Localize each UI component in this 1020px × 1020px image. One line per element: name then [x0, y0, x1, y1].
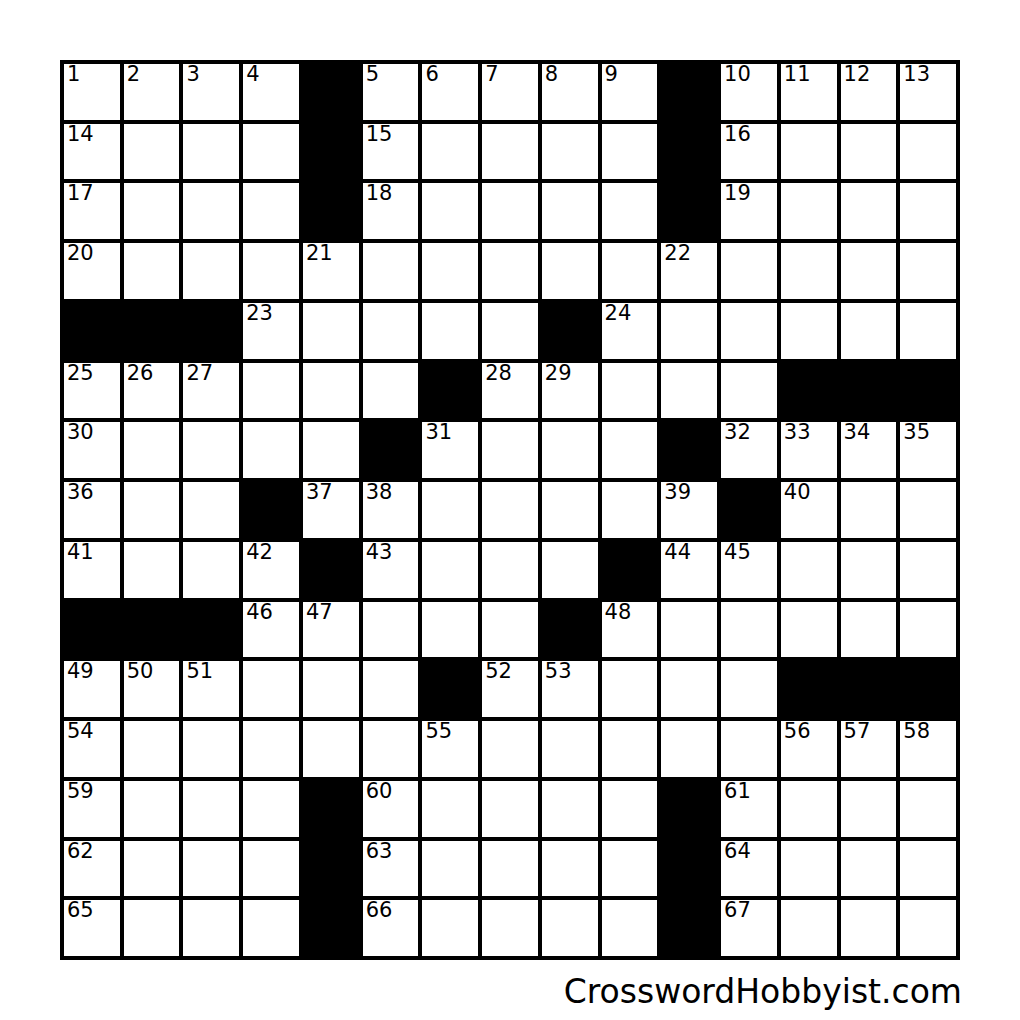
answer-cell[interactable]: 5 — [363, 64, 419, 120]
clue-number: 55 — [425, 720, 452, 742]
answer-cell[interactable] — [124, 183, 180, 239]
answer-cell[interactable] — [183, 781, 239, 837]
clue-number: 30 — [67, 421, 94, 443]
answer-cell[interactable] — [900, 303, 956, 359]
answer-cell[interactable] — [303, 661, 359, 717]
answer-cell[interactable] — [482, 243, 538, 299]
answer-cell[interactable] — [841, 542, 897, 598]
clue-number: 19 — [724, 182, 751, 204]
clue-number: 1 — [67, 63, 80, 85]
clue-number: 42 — [246, 541, 273, 563]
answer-cell[interactable]: 64 — [721, 841, 777, 897]
answer-cell[interactable]: 37 — [303, 482, 359, 538]
clue-number: 45 — [724, 541, 751, 563]
answer-cell[interactable] — [661, 363, 717, 419]
answer-cell[interactable] — [183, 721, 239, 777]
clue-number: 36 — [67, 481, 94, 503]
blocked-cell — [721, 482, 777, 538]
answer-cell[interactable]: 27 — [183, 363, 239, 419]
answer-cell[interactable] — [661, 661, 717, 717]
answer-cell[interactable] — [422, 542, 478, 598]
blocked-cell — [183, 602, 239, 658]
answer-cell[interactable] — [602, 841, 658, 897]
answer-cell[interactable]: 17 — [64, 183, 120, 239]
answer-cell[interactable] — [124, 841, 180, 897]
answer-cell[interactable] — [482, 183, 538, 239]
answer-cell[interactable] — [422, 243, 478, 299]
clue-number: 8 — [545, 63, 558, 85]
answer-cell[interactable] — [841, 183, 897, 239]
blocked-cell — [781, 363, 837, 419]
clue-number: 58 — [903, 720, 930, 742]
clue-number: 67 — [724, 899, 751, 921]
answer-cell[interactable] — [303, 363, 359, 419]
answer-cell[interactable]: 8 — [542, 64, 598, 120]
answer-cell[interactable] — [721, 721, 777, 777]
clue-number: 32 — [724, 421, 751, 443]
clue-number: 5 — [366, 63, 379, 85]
blocked-cell — [781, 661, 837, 717]
blocked-cell — [243, 482, 299, 538]
clue-number: 62 — [67, 840, 94, 862]
answer-cell[interactable] — [363, 303, 419, 359]
answer-cell[interactable] — [243, 841, 299, 897]
answer-cell[interactable] — [900, 124, 956, 180]
answer-cell[interactable] — [542, 482, 598, 538]
answer-cell[interactable] — [183, 900, 239, 956]
answer-cell[interactable]: 49 — [64, 661, 120, 717]
clue-number: 20 — [67, 242, 94, 264]
clue-number: 57 — [844, 720, 871, 742]
clue-number: 51 — [186, 660, 213, 682]
answer-cell[interactable] — [303, 303, 359, 359]
answer-cell[interactable] — [183, 841, 239, 897]
clue-number: 53 — [545, 660, 572, 682]
answer-cell[interactable] — [542, 183, 598, 239]
answer-cell[interactable] — [363, 661, 419, 717]
blocked-cell — [661, 124, 717, 180]
answer-cell[interactable]: 29 — [542, 363, 598, 419]
answer-cell[interactable]: 65 — [64, 900, 120, 956]
answer-cell[interactable] — [124, 243, 180, 299]
clue-number: 14 — [67, 123, 94, 145]
answer-cell[interactable] — [542, 841, 598, 897]
answer-cell[interactable] — [124, 482, 180, 538]
answer-cell[interactable] — [422, 303, 478, 359]
answer-cell[interactable] — [900, 602, 956, 658]
answer-cell[interactable] — [422, 124, 478, 180]
answer-cell[interactable] — [781, 900, 837, 956]
answer-cell[interactable]: 33 — [781, 422, 837, 478]
clue-number: 34 — [844, 421, 871, 443]
answer-cell[interactable]: 7 — [482, 64, 538, 120]
answer-cell[interactable] — [422, 183, 478, 239]
answer-cell[interactable] — [781, 183, 837, 239]
answer-cell[interactable]: 57 — [841, 721, 897, 777]
answer-cell[interactable] — [542, 542, 598, 598]
clue-number: 40 — [784, 481, 811, 503]
answer-cell[interactable] — [422, 482, 478, 538]
clue-number: 39 — [664, 481, 691, 503]
blocked-cell — [661, 64, 717, 120]
clue-number: 27 — [186, 362, 213, 384]
clue-number: 49 — [67, 660, 94, 682]
answer-cell[interactable]: 48 — [602, 602, 658, 658]
clue-number: 6 — [425, 63, 438, 85]
blocked-cell — [661, 900, 717, 956]
answer-cell[interactable]: 3 — [183, 64, 239, 120]
answer-cell[interactable] — [482, 602, 538, 658]
answer-cell[interactable] — [243, 363, 299, 419]
blocked-cell — [363, 422, 419, 478]
answer-cell[interactable]: 34 — [841, 422, 897, 478]
answer-cell[interactable] — [602, 363, 658, 419]
blocked-cell — [422, 661, 478, 717]
answer-cell[interactable]: 22 — [661, 243, 717, 299]
answer-cell[interactable] — [602, 900, 658, 956]
answer-cell[interactable]: 67 — [721, 900, 777, 956]
answer-cell[interactable] — [183, 183, 239, 239]
answer-cell[interactable]: 12 — [841, 64, 897, 120]
answer-cell[interactable] — [363, 721, 419, 777]
answer-cell[interactable] — [781, 602, 837, 658]
clue-number: 61 — [724, 780, 751, 802]
blocked-cell — [661, 841, 717, 897]
answer-cell[interactable] — [781, 303, 837, 359]
answer-cell[interactable] — [721, 363, 777, 419]
clue-number: 46 — [246, 601, 273, 623]
answer-cell[interactable]: 23 — [243, 303, 299, 359]
answer-cell[interactable]: 51 — [183, 661, 239, 717]
answer-cell[interactable] — [183, 482, 239, 538]
answer-cell[interactable]: 26 — [124, 363, 180, 419]
answer-cell[interactable] — [841, 841, 897, 897]
answer-cell[interactable] — [542, 243, 598, 299]
answer-cell[interactable]: 50 — [124, 661, 180, 717]
clue-number: 54 — [67, 720, 94, 742]
answer-cell[interactable]: 43 — [363, 542, 419, 598]
blocked-cell — [303, 841, 359, 897]
answer-cell[interactable] — [363, 363, 419, 419]
answer-cell[interactable]: 45 — [721, 542, 777, 598]
clue-number: 48 — [605, 601, 632, 623]
answer-cell[interactable] — [183, 542, 239, 598]
clue-number: 41 — [67, 541, 94, 563]
answer-cell[interactable]: 30 — [64, 422, 120, 478]
answer-cell[interactable]: 59 — [64, 781, 120, 837]
answer-cell[interactable] — [602, 482, 658, 538]
clue-number: 43 — [366, 541, 393, 563]
blocked-cell — [841, 363, 897, 419]
answer-cell[interactable]: 46 — [243, 602, 299, 658]
answer-cell[interactable] — [183, 124, 239, 180]
clue-number: 13 — [903, 63, 930, 85]
crossword-grid: 1234567891011121314151617181920212223242… — [60, 60, 960, 960]
answer-cell[interactable] — [243, 781, 299, 837]
clue-number: 3 — [186, 63, 199, 85]
clue-number: 65 — [67, 899, 94, 921]
clue-number: 47 — [306, 601, 333, 623]
answer-cell[interactable] — [422, 781, 478, 837]
answer-cell[interactable] — [482, 721, 538, 777]
clue-number: 7 — [485, 63, 498, 85]
answer-cell[interactable]: 28 — [482, 363, 538, 419]
answer-cell[interactable]: 47 — [303, 602, 359, 658]
answer-cell[interactable]: 39 — [661, 482, 717, 538]
answer-cell[interactable] — [781, 781, 837, 837]
blocked-cell — [422, 363, 478, 419]
clue-number: 10 — [724, 63, 751, 85]
clue-number: 64 — [724, 840, 751, 862]
answer-cell[interactable] — [841, 303, 897, 359]
clue-number: 29 — [545, 362, 572, 384]
answer-cell[interactable]: 13 — [900, 64, 956, 120]
blocked-cell — [303, 542, 359, 598]
clue-number: 23 — [246, 302, 273, 324]
answer-cell[interactable] — [422, 602, 478, 658]
clue-number: 2 — [127, 63, 140, 85]
answer-cell[interactable] — [841, 781, 897, 837]
answer-cell[interactable] — [900, 542, 956, 598]
answer-cell[interactable]: 25 — [64, 363, 120, 419]
answer-cell[interactable] — [482, 781, 538, 837]
answer-cell[interactable] — [781, 542, 837, 598]
answer-cell[interactable]: 36 — [64, 482, 120, 538]
answer-cell[interactable] — [900, 900, 956, 956]
answer-cell[interactable] — [183, 422, 239, 478]
clue-number: 21 — [306, 242, 333, 264]
answer-cell[interactable] — [124, 721, 180, 777]
answer-cell[interactable] — [482, 900, 538, 956]
answer-cell[interactable] — [243, 900, 299, 956]
clue-number: 52 — [485, 660, 512, 682]
clue-number: 16 — [724, 123, 751, 145]
answer-cell[interactable] — [602, 124, 658, 180]
answer-cell[interactable] — [124, 542, 180, 598]
answer-cell[interactable] — [303, 721, 359, 777]
answer-cell[interactable] — [841, 482, 897, 538]
answer-cell[interactable]: 55 — [422, 721, 478, 777]
clue-number: 63 — [366, 840, 393, 862]
answer-cell[interactable] — [243, 124, 299, 180]
blocked-cell — [183, 303, 239, 359]
crossword-page: 1234567891011121314151617181920212223242… — [0, 0, 1020, 1020]
answer-cell[interactable] — [363, 602, 419, 658]
answer-cell[interactable]: 44 — [661, 542, 717, 598]
clue-number: 66 — [366, 899, 393, 921]
answer-cell[interactable]: 42 — [243, 542, 299, 598]
clue-number: 4 — [246, 63, 259, 85]
answer-cell[interactable] — [602, 721, 658, 777]
clue-number: 59 — [67, 780, 94, 802]
answer-cell[interactable]: 58 — [900, 721, 956, 777]
blocked-cell — [602, 542, 658, 598]
answer-cell[interactable]: 56 — [781, 721, 837, 777]
answer-cell[interactable]: 19 — [721, 183, 777, 239]
answer-cell[interactable]: 61 — [721, 781, 777, 837]
answer-cell[interactable] — [243, 721, 299, 777]
answer-cell[interactable]: 41 — [64, 542, 120, 598]
answer-cell[interactable] — [900, 243, 956, 299]
clue-number: 22 — [664, 242, 691, 264]
answer-cell[interactable] — [124, 124, 180, 180]
answer-cell[interactable] — [243, 243, 299, 299]
clue-number: 11 — [784, 63, 811, 85]
blocked-cell — [303, 781, 359, 837]
answer-cell[interactable] — [900, 183, 956, 239]
answer-cell[interactable]: 2 — [124, 64, 180, 120]
answer-cell[interactable] — [482, 542, 538, 598]
answer-cell[interactable] — [661, 721, 717, 777]
answer-cell[interactable] — [721, 661, 777, 717]
clue-number: 25 — [67, 362, 94, 384]
answer-cell[interactable] — [124, 422, 180, 478]
answer-cell[interactable]: 16 — [721, 124, 777, 180]
answer-cell[interactable]: 60 — [363, 781, 419, 837]
answer-cell[interactable] — [482, 841, 538, 897]
clue-number: 50 — [127, 660, 154, 682]
blocked-cell — [542, 602, 598, 658]
answer-cell[interactable]: 31 — [422, 422, 478, 478]
answer-cell[interactable]: 32 — [721, 422, 777, 478]
clue-number: 12 — [844, 63, 871, 85]
clue-number: 26 — [127, 362, 154, 384]
answer-cell[interactable] — [841, 602, 897, 658]
answer-cell[interactable] — [602, 661, 658, 717]
answer-cell[interactable]: 15 — [363, 124, 419, 180]
answer-cell[interactable] — [542, 900, 598, 956]
answer-cell[interactable] — [542, 124, 598, 180]
blocked-cell — [303, 183, 359, 239]
answer-cell[interactable] — [124, 781, 180, 837]
answer-cell[interactable] — [482, 482, 538, 538]
blocked-cell — [303, 64, 359, 120]
answer-cell[interactable]: 14 — [64, 124, 120, 180]
clue-number: 28 — [485, 362, 512, 384]
answer-cell[interactable]: 35 — [900, 422, 956, 478]
answer-cell[interactable] — [721, 602, 777, 658]
answer-cell[interactable]: 21 — [303, 243, 359, 299]
answer-cell[interactable] — [183, 243, 239, 299]
answer-cell[interactable] — [781, 243, 837, 299]
answer-cell[interactable] — [363, 243, 419, 299]
answer-cell[interactable]: 52 — [482, 661, 538, 717]
answer-cell[interactable]: 38 — [363, 482, 419, 538]
clue-number: 24 — [605, 302, 632, 324]
blocked-cell — [841, 661, 897, 717]
answer-cell[interactable] — [243, 661, 299, 717]
clue-number: 33 — [784, 421, 811, 443]
clue-number: 37 — [306, 481, 333, 503]
watermark-text: CrosswordHobbyist.com — [564, 972, 962, 1012]
clue-number: 31 — [425, 421, 452, 443]
answer-cell[interactable]: 54 — [64, 721, 120, 777]
answer-cell[interactable] — [124, 900, 180, 956]
answer-cell[interactable] — [422, 841, 478, 897]
answer-cell[interactable]: 20 — [64, 243, 120, 299]
clue-number: 35 — [903, 421, 930, 443]
answer-cell[interactable]: 1 — [64, 64, 120, 120]
answer-cell[interactable]: 62 — [64, 841, 120, 897]
answer-cell[interactable]: 66 — [363, 900, 419, 956]
answer-cell[interactable] — [602, 243, 658, 299]
clue-number: 60 — [366, 780, 393, 802]
answer-cell[interactable] — [482, 422, 538, 478]
answer-cell[interactable] — [422, 900, 478, 956]
blocked-cell — [124, 303, 180, 359]
answer-cell[interactable] — [781, 124, 837, 180]
blocked-cell — [64, 602, 120, 658]
clue-number: 56 — [784, 720, 811, 742]
answer-cell[interactable] — [602, 422, 658, 478]
answer-cell[interactable] — [602, 781, 658, 837]
clue-number: 44 — [664, 541, 691, 563]
answer-cell[interactable] — [841, 900, 897, 956]
blocked-cell — [661, 422, 717, 478]
blocked-cell — [64, 303, 120, 359]
clue-number: 15 — [366, 123, 393, 145]
answer-cell[interactable] — [542, 721, 598, 777]
answer-cell[interactable]: 24 — [602, 303, 658, 359]
answer-cell[interactable] — [243, 183, 299, 239]
answer-cell[interactable]: 9 — [602, 64, 658, 120]
blocked-cell — [303, 124, 359, 180]
answer-cell[interactable] — [900, 482, 956, 538]
answer-cell[interactable]: 63 — [363, 841, 419, 897]
answer-cell[interactable] — [602, 183, 658, 239]
clue-number: 9 — [605, 63, 618, 85]
answer-cell[interactable] — [303, 422, 359, 478]
answer-cell[interactable] — [542, 422, 598, 478]
answer-cell[interactable]: 6 — [422, 64, 478, 120]
clue-number: 18 — [366, 182, 393, 204]
blocked-cell — [542, 303, 598, 359]
blocked-cell — [124, 602, 180, 658]
answer-cell[interactable] — [661, 303, 717, 359]
answer-cell[interactable] — [482, 303, 538, 359]
answer-cell[interactable] — [721, 303, 777, 359]
answer-cell[interactable] — [900, 841, 956, 897]
blocked-cell — [661, 183, 717, 239]
answer-cell[interactable] — [841, 124, 897, 180]
answer-cell[interactable]: 40 — [781, 482, 837, 538]
answer-cell[interactable]: 4 — [243, 64, 299, 120]
blocked-cell — [661, 781, 717, 837]
answer-cell[interactable] — [482, 124, 538, 180]
answer-cell[interactable]: 18 — [363, 183, 419, 239]
answer-cell[interactable] — [900, 781, 956, 837]
answer-cell[interactable]: 11 — [781, 64, 837, 120]
answer-cell[interactable]: 10 — [721, 64, 777, 120]
answer-cell[interactable] — [542, 781, 598, 837]
blocked-cell — [303, 900, 359, 956]
answer-cell[interactable] — [781, 841, 837, 897]
answer-cell[interactable] — [661, 602, 717, 658]
answer-cell[interactable] — [721, 243, 777, 299]
blocked-cell — [900, 661, 956, 717]
answer-cell[interactable]: 53 — [542, 661, 598, 717]
clue-number: 38 — [366, 481, 393, 503]
answer-cell[interactable] — [841, 243, 897, 299]
clue-number: 17 — [67, 182, 94, 204]
blocked-cell — [900, 363, 956, 419]
answer-cell[interactable] — [243, 422, 299, 478]
